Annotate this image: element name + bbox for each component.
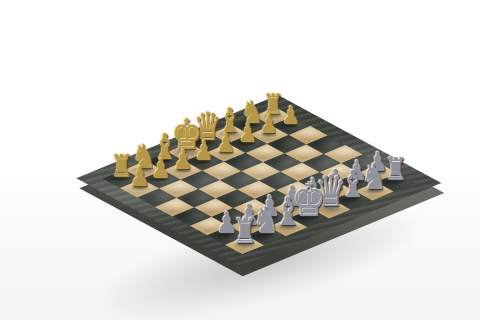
pieces-layer: ♜♞♝♛♚♝♞♜♟♟♟♟♟♟♟♟♟♟♟♟♟♟♟♟♜♞♝♛♚♝♞♜ xyxy=(0,0,480,320)
pawn-icon: ♟ xyxy=(195,138,214,164)
pawn-icon: ♟ xyxy=(282,103,300,128)
pawn-icon: ♟ xyxy=(151,155,171,182)
pawn-icon: ♟ xyxy=(238,121,257,147)
pawn-icon: ♟ xyxy=(129,163,149,191)
pawn-icon: ♟ xyxy=(260,112,279,137)
pawn-icon: ♟ xyxy=(216,129,235,155)
pawn-icon: ♟ xyxy=(173,146,193,173)
rook-icon: ♜ xyxy=(232,214,257,249)
rook-icon: ♜ xyxy=(384,154,407,185)
chess-set-product-photo: ♜♞♝♛♚♝♞♜♟♟♟♟♟♟♟♟♟♟♟♟♟♟♟♟♜♞♝♛♚♝♞♜ xyxy=(0,0,480,320)
